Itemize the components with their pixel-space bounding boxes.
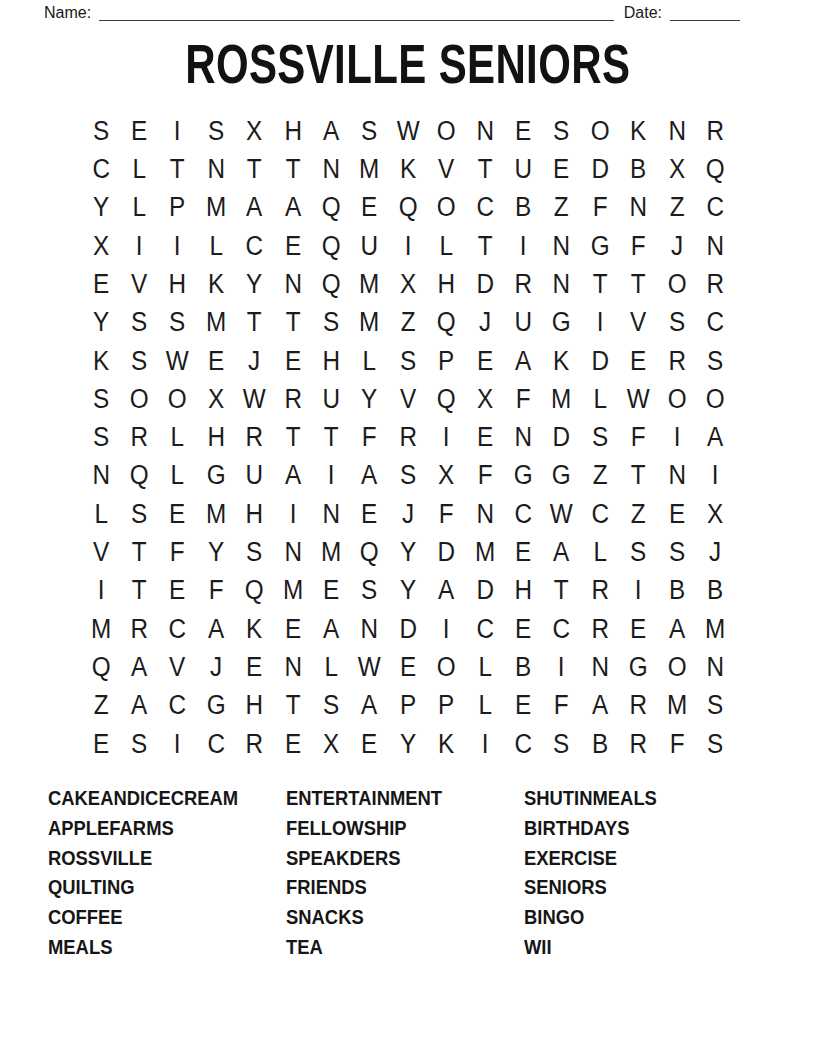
- grid-cell-r10c16[interactable]: N: [659, 457, 694, 495]
- grid-cell-r9c10[interactable]: I: [429, 419, 464, 457]
- grid-cell-r2c10[interactable]: V: [429, 150, 464, 188]
- grid-cell-r16c3[interactable]: C: [160, 687, 195, 725]
- grid-cell-r12c8[interactable]: Q: [352, 533, 387, 571]
- grid-cell-r10c11[interactable]: F: [467, 457, 502, 495]
- grid-cell-r17c13[interactable]: S: [544, 725, 579, 763]
- grid-cell-r14c2[interactable]: R: [122, 610, 157, 648]
- grid-cell-r4c5[interactable]: C: [237, 227, 272, 265]
- grid-cell-r5c8[interactable]: M: [352, 265, 387, 303]
- grid-cell-r12c14[interactable]: L: [583, 533, 618, 571]
- grid-cell-r8c2[interactable]: O: [122, 380, 157, 418]
- word-list-item: FRIENDS: [286, 873, 524, 903]
- grid-cell-r5c6[interactable]: N: [276, 265, 311, 303]
- grid-cell-r15c3[interactable]: V: [160, 648, 195, 686]
- grid-cell-r16c15[interactable]: R: [621, 687, 656, 725]
- grid-cell-r9c6[interactable]: T: [276, 419, 311, 457]
- grid-cell-r9c14[interactable]: S: [583, 419, 618, 457]
- grid-cell-r2c14[interactable]: D: [583, 150, 618, 188]
- grid-cell-r1c14[interactable]: O: [583, 112, 618, 150]
- grid-cell-r8c17[interactable]: O: [698, 380, 733, 418]
- grid-cell-r13c3[interactable]: E: [160, 572, 195, 610]
- grid-cell-r9c15[interactable]: F: [621, 419, 656, 457]
- grid-cell-r10c1[interactable]: N: [84, 457, 119, 495]
- grid-cell-r1c6[interactable]: H: [276, 112, 311, 150]
- grid-cell-r2c12[interactable]: U: [506, 150, 541, 188]
- grid-cell-r16c12[interactable]: E: [506, 687, 541, 725]
- grid-cell-r1c2[interactable]: E: [122, 112, 157, 150]
- grid-cell-r3c14[interactable]: F: [583, 189, 618, 227]
- grid-cell-r3c16[interactable]: Z: [659, 189, 694, 227]
- grid-cell-r15c8[interactable]: W: [352, 648, 387, 686]
- grid-cell-r11c7[interactable]: N: [314, 495, 349, 533]
- grid-cell-r4c9[interactable]: I: [391, 227, 426, 265]
- grid-cell-r5c7[interactable]: Q: [314, 265, 349, 303]
- grid-cell-r4c1[interactable]: X: [84, 227, 119, 265]
- grid-cell-r1c3[interactable]: I: [160, 112, 195, 150]
- grid-cell-r6c14[interactable]: I: [583, 304, 618, 342]
- grid-cell-r17c16[interactable]: F: [659, 725, 694, 763]
- grid-cell-r5c3[interactable]: H: [160, 265, 195, 303]
- grid-cell-r8c12[interactable]: F: [506, 380, 541, 418]
- grid-cell-r17c10[interactable]: K: [429, 725, 464, 763]
- grid-cell-r15c9[interactable]: E: [391, 648, 426, 686]
- grid-cell-r3c15[interactable]: N: [621, 189, 656, 227]
- grid-cell-r12c4[interactable]: Y: [199, 533, 234, 571]
- grid-cell-r7c4[interactable]: E: [199, 342, 234, 380]
- grid-cell-r17c14[interactable]: B: [583, 725, 618, 763]
- grid-cell-r11c17[interactable]: X: [698, 495, 733, 533]
- grid-cell-r14c13[interactable]: C: [544, 610, 579, 648]
- grid-cell-r12c15[interactable]: S: [621, 533, 656, 571]
- grid-cell-r13c6[interactable]: M: [276, 572, 311, 610]
- grid-cell-r1c13[interactable]: S: [544, 112, 579, 150]
- grid-cell-r17c3[interactable]: I: [160, 725, 195, 763]
- grid-cell-r8c7[interactable]: U: [314, 380, 349, 418]
- grid-cell-r4c3[interactable]: I: [160, 227, 195, 265]
- grid-cell-r8c13[interactable]: M: [544, 380, 579, 418]
- grid-cell-r6c17[interactable]: C: [698, 304, 733, 342]
- grid-cell-r2c15[interactable]: B: [621, 150, 656, 188]
- grid-cell-r3c17[interactable]: C: [698, 189, 733, 227]
- grid-cell-r3c12[interactable]: B: [506, 189, 541, 227]
- grid-cell-r1c11[interactable]: N: [467, 112, 502, 150]
- grid-cell-r4c16[interactable]: J: [659, 227, 694, 265]
- grid-cell-r1c12[interactable]: E: [506, 112, 541, 150]
- grid-cell-r4c4[interactable]: L: [199, 227, 234, 265]
- word-list-item: BINGO: [524, 903, 816, 933]
- grid-cell-r9c12[interactable]: N: [506, 419, 541, 457]
- grid-cell-r7c11[interactable]: E: [467, 342, 502, 380]
- grid-cell-r13c10[interactable]: A: [429, 572, 464, 610]
- grid-cell-r15c7[interactable]: L: [314, 648, 349, 686]
- grid-cell-r12c1[interactable]: V: [84, 533, 119, 571]
- grid-cell-r12c5[interactable]: S: [237, 533, 272, 571]
- grid-cell-r8c8[interactable]: Y: [352, 380, 387, 418]
- grid-cell-r7c9[interactable]: S: [391, 342, 426, 380]
- grid-cell-r17c12[interactable]: C: [506, 725, 541, 763]
- grid-cell-r16c10[interactable]: P: [429, 687, 464, 725]
- grid-cell-r10c8[interactable]: A: [352, 457, 387, 495]
- grid-cell-r6c13[interactable]: G: [544, 304, 579, 342]
- grid-cell-r5c13[interactable]: N: [544, 265, 579, 303]
- grid-cell-r11c11[interactable]: N: [467, 495, 502, 533]
- grid-cell-r13c15[interactable]: I: [621, 572, 656, 610]
- grid-cell-r15c15[interactable]: G: [621, 648, 656, 686]
- grid-cell-r11c13[interactable]: W: [544, 495, 579, 533]
- grid-cell-r14c6[interactable]: E: [276, 610, 311, 648]
- grid-cell-r1c16[interactable]: N: [659, 112, 694, 150]
- grid-cell-r15c5[interactable]: E: [237, 648, 272, 686]
- grid-cell-r15c1[interactable]: Q: [84, 648, 119, 686]
- grid-cell-r2c4[interactable]: N: [199, 150, 234, 188]
- grid-cell-r5c9[interactable]: X: [391, 265, 426, 303]
- grid-cell-r17c6[interactable]: E: [276, 725, 311, 763]
- grid-cell-r2c7[interactable]: N: [314, 150, 349, 188]
- grid-cell-r7c14[interactable]: D: [583, 342, 618, 380]
- grid-cell-r7c12[interactable]: A: [506, 342, 541, 380]
- grid-cell-r2c11[interactable]: T: [467, 150, 502, 188]
- grid-cell-r7c5[interactable]: J: [237, 342, 272, 380]
- grid-cell-r9c9[interactable]: R: [391, 419, 426, 457]
- grid-cell-r4c11[interactable]: T: [467, 227, 502, 265]
- grid-cell-r1c9[interactable]: W: [391, 112, 426, 150]
- grid-cell-r7c17[interactable]: S: [698, 342, 733, 380]
- grid-cell-r14c10[interactable]: I: [429, 610, 464, 648]
- grid-cell-r12c11[interactable]: M: [467, 533, 502, 571]
- grid-cell-r9c8[interactable]: F: [352, 419, 387, 457]
- grid-cell-r5c1[interactable]: E: [84, 265, 119, 303]
- grid-cell-r17c8[interactable]: E: [352, 725, 387, 763]
- grid-cell-r5c5[interactable]: Y: [237, 265, 272, 303]
- grid-cell-r4c17[interactable]: N: [698, 227, 733, 265]
- grid-cell-r17c5[interactable]: R: [237, 725, 272, 763]
- grid-cell-r6c5[interactable]: T: [237, 304, 272, 342]
- grid-cell-r6c1[interactable]: Y: [84, 304, 119, 342]
- grid-cell-r1c4[interactable]: S: [199, 112, 234, 150]
- grid-cell-r9c7[interactable]: T: [314, 419, 349, 457]
- grid-cell-r11c2[interactable]: S: [122, 495, 157, 533]
- grid-cell-r15c10[interactable]: O: [429, 648, 464, 686]
- grid-cell-r3c7[interactable]: Q: [314, 189, 349, 227]
- grid-cell-r14c11[interactable]: C: [467, 610, 502, 648]
- grid-cell-r11c10[interactable]: F: [429, 495, 464, 533]
- grid-cell-r8c1[interactable]: S: [84, 380, 119, 418]
- grid-cell-r12c10[interactable]: D: [429, 533, 464, 571]
- grid-cell-r13c17[interactable]: B: [698, 572, 733, 610]
- grid-cell-r8c16[interactable]: O: [659, 380, 694, 418]
- grid-cell-r4c2[interactable]: I: [122, 227, 157, 265]
- grid-cell-r16c2[interactable]: A: [122, 687, 157, 725]
- grid-cell-r15c16[interactable]: O: [659, 648, 694, 686]
- grid-cell-r12c2[interactable]: T: [122, 533, 157, 571]
- grid-cell-r5c12[interactable]: R: [506, 265, 541, 303]
- grid-cell-r4c14[interactable]: G: [583, 227, 618, 265]
- grid-cell-r13c11[interactable]: D: [467, 572, 502, 610]
- grid-cell-r8c5[interactable]: W: [237, 380, 272, 418]
- grid-cell-r2c16[interactable]: X: [659, 150, 694, 188]
- grid-cell-r16c6[interactable]: T: [276, 687, 311, 725]
- grid-cell-r6c4[interactable]: M: [199, 304, 234, 342]
- grid-cell-r11c3[interactable]: E: [160, 495, 195, 533]
- grid-cell-r11c8[interactable]: E: [352, 495, 387, 533]
- grid-cell-r3c9[interactable]: Q: [391, 189, 426, 227]
- grid-cell-r13c2[interactable]: T: [122, 572, 157, 610]
- grid-cell-r2c5[interactable]: T: [237, 150, 272, 188]
- grid-cell-r15c14[interactable]: N: [583, 648, 618, 686]
- grid-cell-r15c6[interactable]: N: [276, 648, 311, 686]
- grid-cell-r16c1[interactable]: Z: [84, 687, 119, 725]
- grid-cell-r8c14[interactable]: L: [583, 380, 618, 418]
- grid-cell-r17c4[interactable]: C: [199, 725, 234, 763]
- grid-cell-r14c4[interactable]: A: [199, 610, 234, 648]
- grid-cell-r8c3[interactable]: O: [160, 380, 195, 418]
- grid-cell-r10c7[interactable]: I: [314, 457, 349, 495]
- grid-cell-r15c17[interactable]: N: [698, 648, 733, 686]
- grid-cell-r1c5[interactable]: X: [237, 112, 272, 150]
- grid-cell-r1c1[interactable]: S: [84, 112, 119, 150]
- grid-cell-r12c13[interactable]: A: [544, 533, 579, 571]
- grid-cell-r13c14[interactable]: R: [583, 572, 618, 610]
- grid-cell-r17c11[interactable]: I: [467, 725, 502, 763]
- word-list-item: QUILTING: [48, 873, 286, 903]
- grid-cell-r8c11[interactable]: X: [467, 380, 502, 418]
- grid-cell-r16c16[interactable]: M: [659, 687, 694, 725]
- grid-cell-r2c2[interactable]: L: [122, 150, 157, 188]
- grid-cell-r3c8[interactable]: E: [352, 189, 387, 227]
- grid-cell-r10c9[interactable]: S: [391, 457, 426, 495]
- grid-cell-r1c7[interactable]: A: [314, 112, 349, 150]
- grid-cell-r4c13[interactable]: N: [544, 227, 579, 265]
- grid-cell-r16c17[interactable]: S: [698, 687, 733, 725]
- grid-cell-r9c3[interactable]: L: [160, 419, 195, 457]
- word-list-item-text: WII: [524, 936, 552, 959]
- grid-cell-r12c9[interactable]: Y: [391, 533, 426, 571]
- grid-cell-r3c2[interactable]: L: [122, 189, 157, 227]
- grid-cell-r12c16[interactable]: S: [659, 533, 694, 571]
- grid-cell-r6c2[interactable]: S: [122, 304, 157, 342]
- grid-cell-r1c8[interactable]: S: [352, 112, 387, 150]
- grid-cell-r7c15[interactable]: E: [621, 342, 656, 380]
- grid-cell-r14c15[interactable]: E: [621, 610, 656, 648]
- grid-cell-r16c9[interactable]: P: [391, 687, 426, 725]
- grid-cell-r14c7[interactable]: A: [314, 610, 349, 648]
- grid-cell-r6c3[interactable]: S: [160, 304, 195, 342]
- word-list-item: COFFEE: [48, 903, 286, 933]
- grid-cell-r5c17[interactable]: R: [698, 265, 733, 303]
- grid-cell-r4c6[interactable]: E: [276, 227, 311, 265]
- grid-cell-r4c12[interactable]: I: [506, 227, 541, 265]
- grid-cell-r9c11[interactable]: E: [467, 419, 502, 457]
- grid-cell-r14c9[interactable]: D: [391, 610, 426, 648]
- grid-cell-r14c1[interactable]: M: [84, 610, 119, 648]
- grid-cell-r7c10[interactable]: P: [429, 342, 464, 380]
- grid-cell-r7c3[interactable]: W: [160, 342, 195, 380]
- grid-cell-r15c12[interactable]: B: [506, 648, 541, 686]
- grid-cell-r16c5[interactable]: H: [237, 687, 272, 725]
- grid-cell-r15c11[interactable]: L: [467, 648, 502, 686]
- grid-cell-r12c3[interactable]: F: [160, 533, 195, 571]
- grid-cell-r17c7[interactable]: X: [314, 725, 349, 763]
- grid-cell-r16c13[interactable]: F: [544, 687, 579, 725]
- grid-cell-r5c11[interactable]: D: [467, 265, 502, 303]
- grid-cell-r6c7[interactable]: S: [314, 304, 349, 342]
- grid-cell-r13c4[interactable]: F: [199, 572, 234, 610]
- grid-cell-r10c4[interactable]: G: [199, 457, 234, 495]
- grid-cell-r16c14[interactable]: A: [583, 687, 618, 725]
- name-blank-line[interactable]: [99, 6, 614, 21]
- grid-cell-r13c5[interactable]: Q: [237, 572, 272, 610]
- grid-cell-r7c6[interactable]: E: [276, 342, 311, 380]
- word-list-item-text: TEA: [286, 936, 323, 959]
- grid-cell-r10c15[interactable]: T: [621, 457, 656, 495]
- grid-cell-r3c4[interactable]: M: [199, 189, 234, 227]
- grid-cell-r12c12[interactable]: E: [506, 533, 541, 571]
- grid-cell-r1c10[interactable]: O: [429, 112, 464, 150]
- grid-cell-r10c10[interactable]: X: [429, 457, 464, 495]
- grid-cell-r14c12[interactable]: E: [506, 610, 541, 648]
- grid-cell-r13c12[interactable]: H: [506, 572, 541, 610]
- grid-cell-r9c4[interactable]: H: [199, 419, 234, 457]
- grid-cell-r13c16[interactable]: B: [659, 572, 694, 610]
- grid-cell-r13c13[interactable]: T: [544, 572, 579, 610]
- grid-cell-r3c11[interactable]: C: [467, 189, 502, 227]
- name-date-header: Name: Date:: [0, 0, 816, 22]
- grid-cell-r5c15[interactable]: T: [621, 265, 656, 303]
- grid-cell-r13c1[interactable]: I: [84, 572, 119, 610]
- grid-cell-r11c5[interactable]: H: [237, 495, 272, 533]
- grid-cell-r17c17[interactable]: S: [698, 725, 733, 763]
- grid-cell-r11c1[interactable]: L: [84, 495, 119, 533]
- grid-cell-r10c2[interactable]: Q: [122, 457, 157, 495]
- grid-cell-r12c7[interactable]: M: [314, 533, 349, 571]
- grid-cell-r15c4[interactable]: J: [199, 648, 234, 686]
- grid-cell-r1c17[interactable]: R: [698, 112, 733, 150]
- word-list-item: CAKEANDICECREAM: [48, 783, 286, 813]
- grid-cell-r4c15[interactable]: F: [621, 227, 656, 265]
- grid-cell-r14c16[interactable]: A: [659, 610, 694, 648]
- grid-cell-r10c3[interactable]: L: [160, 457, 195, 495]
- grid-cell-r11c4[interactable]: M: [199, 495, 234, 533]
- grid-cell-r4c10[interactable]: L: [429, 227, 464, 265]
- grid-cell-r11c12[interactable]: C: [506, 495, 541, 533]
- grid-cell-r2c9[interactable]: K: [391, 150, 426, 188]
- grid-cell-r2c13[interactable]: E: [544, 150, 579, 188]
- grid-cell-r9c17[interactable]: A: [698, 419, 733, 457]
- grid-cell-r8c10[interactable]: Q: [429, 380, 464, 418]
- grid-cell-r5c2[interactable]: V: [122, 265, 157, 303]
- grid-cell-r7c8[interactable]: L: [352, 342, 387, 380]
- grid-cell-r11c16[interactable]: E: [659, 495, 694, 533]
- grid-cell-r16c7[interactable]: S: [314, 687, 349, 725]
- grid-cell-r17c1[interactable]: E: [84, 725, 119, 763]
- grid-cell-r7c16[interactable]: R: [659, 342, 694, 380]
- grid-cell-r14c14[interactable]: R: [583, 610, 618, 648]
- grid-cell-r6c12[interactable]: U: [506, 304, 541, 342]
- grid-cell-r15c2[interactable]: A: [122, 648, 157, 686]
- grid-cell-r13c7[interactable]: E: [314, 572, 349, 610]
- grid-cell-r6c10[interactable]: Q: [429, 304, 464, 342]
- grid-cell-r2c3[interactable]: T: [160, 150, 195, 188]
- grid-cell-r13c9[interactable]: Y: [391, 572, 426, 610]
- grid-cell-r12c6[interactable]: N: [276, 533, 311, 571]
- grid-cell-r7c13[interactable]: K: [544, 342, 579, 380]
- grid-cell-r7c2[interactable]: S: [122, 342, 157, 380]
- grid-cell-r16c8[interactable]: A: [352, 687, 387, 725]
- grid-cell-r10c14[interactable]: Z: [583, 457, 618, 495]
- grid-cell-r10c6[interactable]: A: [276, 457, 311, 495]
- grid-cell-r7c7[interactable]: H: [314, 342, 349, 380]
- grid-cell-r2c6[interactable]: T: [276, 150, 311, 188]
- grid-cell-r8c6[interactable]: R: [276, 380, 311, 418]
- grid-cell-r6c16[interactable]: S: [659, 304, 694, 342]
- grid-cell-r2c17[interactable]: Q: [698, 150, 733, 188]
- grid-cell-r8c9[interactable]: V: [391, 380, 426, 418]
- grid-cell-r16c11[interactable]: L: [467, 687, 502, 725]
- grid-cell-r9c2[interactable]: R: [122, 419, 157, 457]
- grid-cell-r10c17[interactable]: I: [698, 457, 733, 495]
- grid-cell-r9c13[interactable]: D: [544, 419, 579, 457]
- grid-cell-r9c5[interactable]: R: [237, 419, 272, 457]
- grid-cell-r14c3[interactable]: C: [160, 610, 195, 648]
- grid-cell-r17c2[interactable]: S: [122, 725, 157, 763]
- grid-cell-r4c8[interactable]: U: [352, 227, 387, 265]
- grid-cell-r14c17[interactable]: M: [698, 610, 733, 648]
- grid-cell-r3c10[interactable]: O: [429, 189, 464, 227]
- grid-cell-r5c10[interactable]: H: [429, 265, 464, 303]
- grid-cell-r7c1[interactable]: K: [84, 342, 119, 380]
- grid-cell-r9c16[interactable]: I: [659, 419, 694, 457]
- grid-cell-r14c5[interactable]: K: [237, 610, 272, 648]
- grid-cell-r9c1[interactable]: S: [84, 419, 119, 457]
- grid-cell-r3c3[interactable]: P: [160, 189, 195, 227]
- grid-cell-r2c8[interactable]: M: [352, 150, 387, 188]
- grid-cell-r4c7[interactable]: Q: [314, 227, 349, 265]
- grid-cell-r6c8[interactable]: M: [352, 304, 387, 342]
- grid-cell-r16c4[interactable]: G: [199, 687, 234, 725]
- grid-cell-r2c1[interactable]: C: [84, 150, 119, 188]
- grid-cell-r17c9[interactable]: Y: [391, 725, 426, 763]
- grid-cell-r14c8[interactable]: N: [352, 610, 387, 648]
- grid-cell-r13c8[interactable]: S: [352, 572, 387, 610]
- grid-cell-r1c15[interactable]: K: [621, 112, 656, 150]
- grid-cell-r10c13[interactable]: G: [544, 457, 579, 495]
- grid-cell-r11c14[interactable]: C: [583, 495, 618, 533]
- grid-cell-r3c6[interactable]: A: [276, 189, 311, 227]
- grid-cell-r12c17[interactable]: J: [698, 533, 733, 571]
- grid-cell-r5c4[interactable]: K: [199, 265, 234, 303]
- word-list-item: APPLEFARMS: [48, 813, 286, 843]
- grid-cell-r3c13[interactable]: Z: [544, 189, 579, 227]
- grid-cell-r5c14[interactable]: T: [583, 265, 618, 303]
- grid-cell-r17c15[interactable]: R: [621, 725, 656, 763]
- grid-cell-r11c6[interactable]: I: [276, 495, 311, 533]
- grid-cell-r10c12[interactable]: G: [506, 457, 541, 495]
- grid-cell-r8c15[interactable]: W: [621, 380, 656, 418]
- grid-cell-r3c5[interactable]: A: [237, 189, 272, 227]
- grid-cell-r10c5[interactable]: U: [237, 457, 272, 495]
- grid-cell-r11c15[interactable]: Z: [621, 495, 656, 533]
- date-blank-line[interactable]: [670, 6, 740, 21]
- grid-cell-r6c11[interactable]: J: [467, 304, 502, 342]
- grid-cell-r8c4[interactable]: X: [199, 380, 234, 418]
- grid-cell-r6c9[interactable]: Z: [391, 304, 426, 342]
- grid-cell-r3c1[interactable]: Y: [84, 189, 119, 227]
- grid-cell-r11c9[interactable]: J: [391, 495, 426, 533]
- grid-cell-r6c6[interactable]: T: [276, 304, 311, 342]
- grid-cell-r5c16[interactable]: O: [659, 265, 694, 303]
- grid-cell-r15c13[interactable]: I: [544, 648, 579, 686]
- grid-cell-r6c15[interactable]: V: [621, 304, 656, 342]
